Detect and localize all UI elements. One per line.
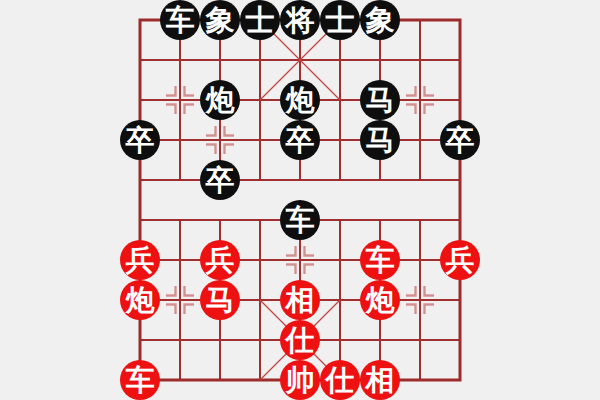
- piece-red-advisor[interactable]: 仕: [280, 320, 320, 360]
- piece-red-general[interactable]: 帅: [280, 360, 320, 400]
- piece-black-cannon[interactable]: 炮: [280, 80, 320, 120]
- piece-red-cannon[interactable]: 炮: [120, 280, 160, 320]
- piece-black-elephant[interactable]: 象: [200, 0, 240, 40]
- piece-black-general[interactable]: 将: [280, 0, 320, 40]
- piece-black-soldier[interactable]: 卒: [120, 120, 160, 160]
- piece-black-horse[interactable]: 马: [360, 80, 400, 120]
- xiangqi-board[interactable]: 车象士将士象炮炮马卒卒马卒卒车兵兵车兵炮马相炮仕车帅仕相: [120, 0, 480, 400]
- piece-black-horse[interactable]: 马: [360, 120, 400, 160]
- piece-red-horse[interactable]: 马: [200, 280, 240, 320]
- piece-black-soldier[interactable]: 卒: [200, 160, 240, 200]
- piece-black-soldier[interactable]: 卒: [280, 120, 320, 160]
- xiangqi-app: 车象士将士象炮炮马卒卒马卒卒车兵兵车兵炮马相炮仕车帅仕相: [0, 0, 600, 400]
- piece-red-soldier[interactable]: 兵: [200, 240, 240, 280]
- piece-black-elephant[interactable]: 象: [360, 0, 400, 40]
- piece-red-cannon[interactable]: 炮: [360, 280, 400, 320]
- piece-black-soldier[interactable]: 卒: [440, 120, 480, 160]
- piece-red-elephant[interactable]: 相: [360, 360, 400, 400]
- piece-black-cannon[interactable]: 炮: [200, 80, 240, 120]
- piece-black-advisor[interactable]: 士: [320, 0, 360, 40]
- piece-red-soldier[interactable]: 兵: [120, 240, 160, 280]
- piece-black-chariot[interactable]: 车: [160, 0, 200, 40]
- piece-red-advisor[interactable]: 仕: [320, 360, 360, 400]
- piece-black-advisor[interactable]: 士: [240, 0, 280, 40]
- piece-red-chariot[interactable]: 车: [360, 240, 400, 280]
- piece-red-elephant[interactable]: 相: [280, 280, 320, 320]
- piece-red-soldier[interactable]: 兵: [440, 240, 480, 280]
- piece-black-chariot[interactable]: 车: [280, 200, 320, 240]
- piece-red-chariot[interactable]: 车: [120, 360, 160, 400]
